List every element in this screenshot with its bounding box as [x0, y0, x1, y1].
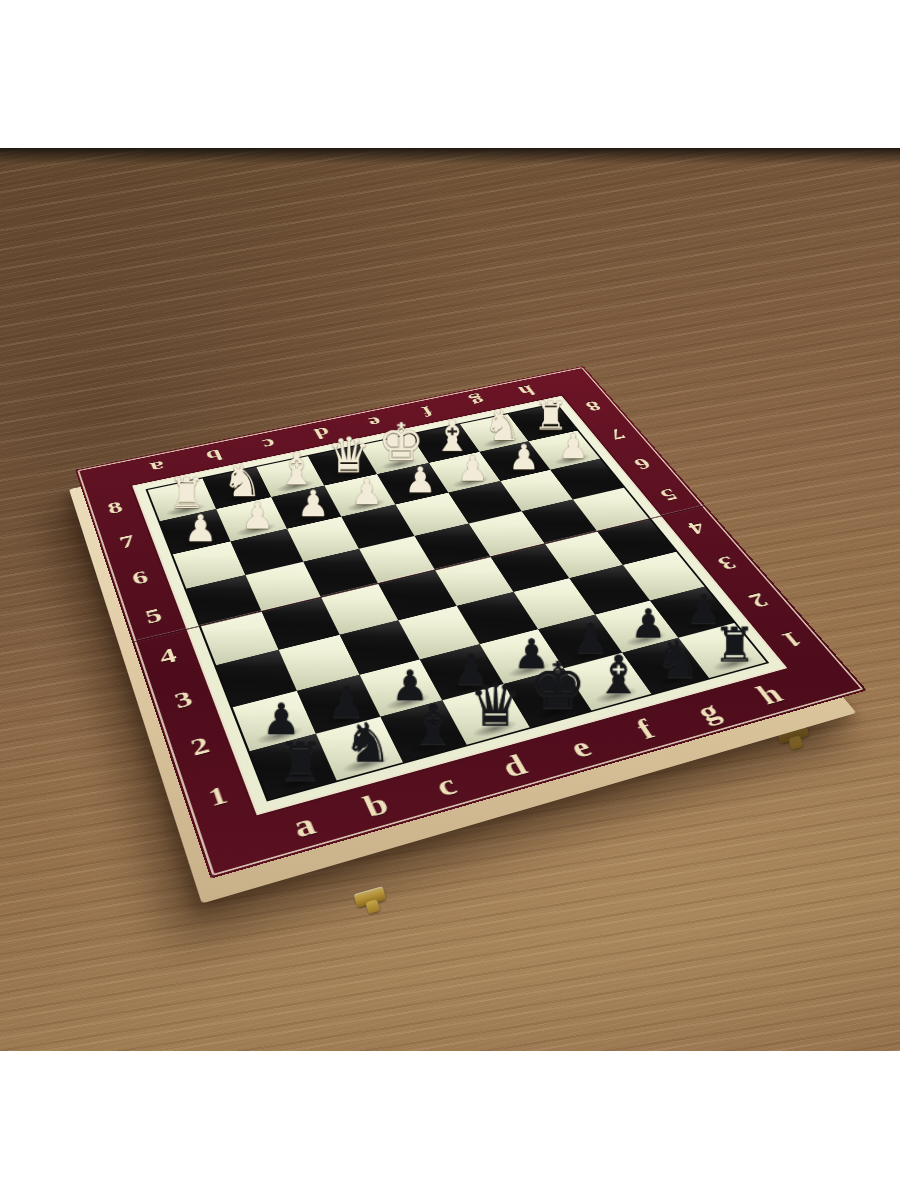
coord-label-7: 7: [583, 415, 651, 453]
square-gloss: [341, 504, 414, 549]
square-gloss: [230, 529, 303, 576]
square-gloss: [550, 458, 624, 499]
square-h5: [573, 488, 649, 531]
square-h7: ♟: [529, 431, 600, 470]
piece-white-pawn: ♟: [339, 474, 396, 510]
file-labels-top: abcdefgh: [124, 374, 561, 486]
square-d6: [341, 504, 414, 549]
piece-shadow: [340, 751, 393, 776]
piece-shadow: [164, 502, 208, 519]
piece-black-pawn: ♟: [673, 590, 736, 630]
square-b7: ♟: [216, 497, 287, 541]
square-f7: ♟: [429, 452, 500, 493]
square-d7: ♟: [324, 474, 395, 516]
square-gloss: [324, 474, 395, 516]
piece-white-bishop: ♝: [268, 446, 324, 491]
square-gloss: [216, 497, 287, 541]
square-gloss: [597, 519, 676, 565]
piece-shadow: [220, 490, 263, 506]
square-h4: [597, 519, 676, 565]
product-photo: abcdefgh abcdefgh 87654321 87654321 ♜♞♝♛…: [0, 148, 900, 1051]
piece-shadow: [708, 653, 757, 675]
coord-label-8: 8: [561, 388, 626, 424]
square-e7: ♟: [377, 463, 448, 504]
piece-white-pawn: ♟: [228, 497, 286, 534]
piece-shadow: [551, 452, 592, 467]
square-gloss: [377, 463, 448, 504]
piece-white-rook: ♜: [525, 397, 578, 436]
coord-label-b: b: [180, 437, 247, 474]
piece-shadow: [405, 734, 457, 759]
square-gloss: [500, 470, 574, 512]
coord-label-e: e: [342, 405, 409, 440]
piece-white-queen: ♛: [322, 431, 377, 480]
chess-board: abcdefgh abcdefgh 87654321 87654321 ♜♞♝♛…: [75, 366, 867, 879]
square-gloss: [308, 445, 377, 485]
piece-shadow: [531, 700, 582, 723]
square-gloss: [521, 500, 597, 544]
squares: ♜♞♝♛♚♝♞♜♟♟♟♟♟♟♟♟♟♟♟♟♟♟♟♟♜♞♝♛♚♝♞♜: [148, 404, 767, 799]
piece-white-rook: ♜: [158, 473, 215, 515]
piece-shadow: [327, 467, 369, 483]
piece-shadow: [450, 474, 492, 490]
piece-shadow: [272, 769, 326, 795]
square-e5: [415, 524, 491, 570]
piece-white-king: ♚: [374, 416, 429, 468]
coord-label-g: g: [444, 384, 511, 418]
piece-shadow: [529, 424, 569, 439]
square-g7: ♟: [479, 441, 550, 481]
piece-shadow: [505, 659, 554, 681]
coord-label-f: f: [393, 394, 460, 428]
coord-label-h: h: [494, 374, 561, 407]
piece-black-pawn: ♟: [376, 665, 442, 707]
square-gloss: [160, 509, 230, 554]
piece-white-pawn: ♟: [496, 440, 551, 475]
piece-white-pawn: ♟: [284, 485, 341, 521]
piece-shadow: [177, 533, 222, 551]
piece-shadow: [274, 478, 317, 494]
coord-label-7: 7: [95, 519, 160, 565]
square-gloss: [460, 414, 529, 452]
board-lid-top: abcdefgh abcdefgh 87654321 87654321 ♜♞♝♛…: [75, 366, 867, 879]
square-b8: ♞: [202, 467, 270, 509]
piece-shadow: [379, 456, 421, 472]
piece-shadow: [480, 435, 521, 450]
square-g5: [521, 500, 597, 544]
square-g8: ♞: [460, 414, 529, 452]
square-gloss: [202, 467, 270, 509]
square-gloss: [395, 492, 468, 536]
piece-white-pawn: ♟: [392, 462, 448, 498]
piece-black-rook: ♜: [703, 622, 768, 670]
square-a7: ♟: [160, 509, 230, 554]
piece-shadow: [430, 445, 471, 460]
square-b6: [230, 529, 303, 576]
square-gloss: [469, 512, 545, 557]
square-gloss: [573, 488, 649, 531]
coord-label-5: 5: [633, 474, 706, 517]
square-gloss: [479, 441, 550, 481]
square-gloss: [148, 478, 216, 521]
square-f5: [469, 512, 545, 557]
square-f8: ♝: [410, 424, 479, 463]
square-h6: [550, 458, 624, 499]
square-c8: ♝: [256, 456, 325, 497]
coord-label-6: 6: [607, 444, 677, 484]
piece-white-knight: ♞: [475, 404, 528, 446]
square-gloss: [271, 485, 342, 528]
square-g6: [500, 470, 574, 512]
square-d8: ♛: [308, 445, 377, 485]
coord-label-c: c: [235, 426, 302, 462]
coord-label-6: 6: [107, 553, 174, 602]
square-c7: ♟: [271, 485, 342, 528]
piece-white-knight: ♞: [214, 458, 270, 502]
square-a8: ♜: [148, 478, 216, 521]
square-f6: [448, 481, 521, 524]
piece-white-pawn: ♟: [546, 429, 600, 464]
table-scene: abcdefgh abcdefgh 87654321 87654321 ♜♞♝♛…: [0, 148, 900, 1051]
piece-shadow: [234, 521, 278, 538]
piece-white-pawn: ♟: [171, 510, 229, 547]
square-e6: [395, 492, 468, 536]
coord-label-a: a: [124, 448, 191, 486]
coord-label-4: 4: [660, 506, 735, 551]
square-gloss: [448, 481, 521, 524]
piece-shadow: [344, 497, 387, 514]
piece-white-pawn: ♟: [445, 451, 500, 486]
square-gloss: [415, 524, 491, 570]
brass-latch: [354, 886, 387, 908]
square-gloss: [303, 549, 378, 597]
piece-shadow: [290, 509, 334, 526]
square-gloss: [410, 424, 479, 463]
piece-shadow: [591, 684, 641, 707]
square-c6: [286, 516, 359, 562]
square-gloss: [508, 404, 577, 441]
piece-shadow: [469, 717, 521, 741]
square-gloss: [256, 456, 325, 497]
square-gloss: [360, 435, 429, 474]
square-gloss: [429, 452, 500, 493]
piece-shadow: [501, 463, 543, 479]
square-gloss: [529, 431, 600, 470]
square-e8: ♚: [360, 435, 429, 474]
square-c5: [303, 549, 378, 597]
piece-white-bishop: ♝: [425, 414, 479, 457]
piece-shadow: [651, 668, 701, 690]
coord-label-d: d: [289, 415, 356, 451]
coord-label-8: 8: [84, 486, 147, 530]
square-gloss: [232, 691, 315, 752]
piece-shadow: [397, 485, 440, 501]
square-h8: ♜: [508, 404, 577, 441]
square-a2: ♟: [232, 691, 315, 752]
square-gloss: [286, 516, 359, 562]
